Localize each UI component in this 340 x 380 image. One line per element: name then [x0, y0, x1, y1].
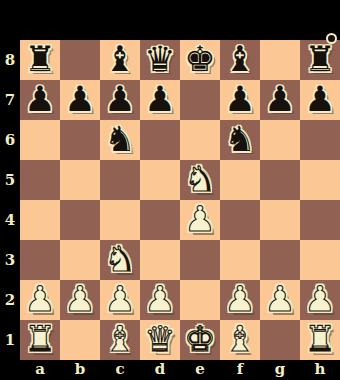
square-d8[interactable]: ♛	[140, 40, 180, 80]
square-f7[interactable]: ♟	[220, 80, 260, 120]
square-e5[interactable]: ♞	[180, 160, 220, 200]
piece-white-pawn[interactable]: ♟	[304, 282, 335, 317]
square-c3[interactable]: ♞	[100, 240, 140, 280]
piece-black-pawn[interactable]: ♟	[224, 82, 255, 117]
square-g1[interactable]	[260, 320, 300, 360]
square-c8[interactable]: ♝	[100, 40, 140, 80]
square-d6[interactable]	[140, 120, 180, 160]
rank-label-5: 5	[0, 160, 20, 200]
square-b6[interactable]	[60, 120, 100, 160]
square-a1[interactable]: ♜	[20, 320, 60, 360]
file-label-h: h	[300, 360, 340, 380]
square-d1[interactable]: ♛	[140, 320, 180, 360]
square-e6[interactable]	[180, 120, 220, 160]
piece-white-rook[interactable]: ♜	[304, 322, 335, 357]
square-f3[interactable]	[220, 240, 260, 280]
square-h6[interactable]	[300, 120, 340, 160]
piece-black-pawn[interactable]: ♟	[104, 82, 135, 117]
piece-black-bishop[interactable]: ♝	[224, 42, 255, 77]
piece-white-pawn[interactable]: ♟	[104, 282, 135, 317]
file-label-b: b	[60, 360, 100, 380]
piece-white-bishop[interactable]: ♝	[224, 322, 255, 357]
square-a2[interactable]: ♟	[20, 280, 60, 320]
square-c7[interactable]: ♟	[100, 80, 140, 120]
square-e7[interactable]	[180, 80, 220, 120]
piece-white-pawn[interactable]: ♟	[144, 282, 175, 317]
piece-black-pawn[interactable]: ♟	[264, 82, 295, 117]
square-b2[interactable]: ♟	[60, 280, 100, 320]
square-d4[interactable]	[140, 200, 180, 240]
square-b7[interactable]: ♟	[60, 80, 100, 120]
rank-label-1: 1	[0, 320, 20, 360]
square-h5[interactable]	[300, 160, 340, 200]
piece-black-pawn[interactable]: ♟	[304, 82, 335, 117]
square-f1[interactable]: ♝	[220, 320, 260, 360]
piece-white-bishop[interactable]: ♝	[104, 322, 135, 357]
square-a7[interactable]: ♟	[20, 80, 60, 120]
square-b3[interactable]	[60, 240, 100, 280]
square-g5[interactable]	[260, 160, 300, 200]
square-c2[interactable]: ♟	[100, 280, 140, 320]
square-a6[interactable]	[20, 120, 60, 160]
piece-white-pawn[interactable]: ♟	[24, 282, 55, 317]
square-b5[interactable]	[60, 160, 100, 200]
square-d2[interactable]: ♟	[140, 280, 180, 320]
square-h7[interactable]: ♟	[300, 80, 340, 120]
piece-white-king[interactable]: ♚	[184, 322, 215, 357]
piece-black-king[interactable]: ♚	[184, 42, 215, 77]
black-to-move-indicator-icon	[326, 33, 337, 44]
square-h8[interactable]: ♜	[300, 40, 340, 80]
square-b4[interactable]	[60, 200, 100, 240]
piece-black-bishop[interactable]: ♝	[104, 42, 135, 77]
file-label-a: a	[20, 360, 60, 380]
square-g2[interactable]: ♟	[260, 280, 300, 320]
piece-black-rook[interactable]: ♜	[24, 42, 55, 77]
piece-white-knight[interactable]: ♞	[104, 242, 135, 277]
square-a8[interactable]: ♜	[20, 40, 60, 80]
square-f2[interactable]: ♟	[220, 280, 260, 320]
square-c1[interactable]: ♝	[100, 320, 140, 360]
square-d7[interactable]: ♟	[140, 80, 180, 120]
rank-label-4: 4	[0, 200, 20, 240]
rank-label-7: 7	[0, 80, 20, 120]
file-label-g: g	[260, 360, 300, 380]
piece-black-queen[interactable]: ♛	[144, 42, 175, 77]
file-label-d: d	[140, 360, 180, 380]
piece-black-pawn[interactable]: ♟	[24, 82, 55, 117]
square-d5[interactable]	[140, 160, 180, 200]
piece-white-queen[interactable]: ♛	[144, 322, 175, 357]
piece-white-pawn[interactable]: ♟	[64, 282, 95, 317]
chess-diagram: 87654321 ♜♝♛♚♝♜♟♟♟♟♟♟♟♞♞♞♟♞♟♟♟♟♟♟♟♜♝♛♚♝♜…	[0, 0, 340, 380]
square-g4[interactable]	[260, 200, 300, 240]
file-label-e: e	[180, 360, 220, 380]
square-h4[interactable]	[300, 200, 340, 240]
square-e8[interactable]: ♚	[180, 40, 220, 80]
square-g6[interactable]	[260, 120, 300, 160]
piece-black-knight[interactable]: ♞	[104, 122, 135, 157]
piece-white-rook[interactable]: ♜	[24, 322, 55, 357]
file-label-c: c	[100, 360, 140, 380]
square-e1[interactable]: ♚	[180, 320, 220, 360]
square-a4[interactable]	[20, 200, 60, 240]
square-c4[interactable]	[100, 200, 140, 240]
square-e2[interactable]	[180, 280, 220, 320]
piece-black-rook[interactable]: ♜	[304, 42, 335, 77]
square-f8[interactable]: ♝	[220, 40, 260, 80]
piece-black-pawn[interactable]: ♟	[64, 82, 95, 117]
piece-black-pawn[interactable]: ♟	[144, 82, 175, 117]
square-g3[interactable]	[260, 240, 300, 280]
square-f6[interactable]: ♞	[220, 120, 260, 160]
rank-label-8: 8	[0, 40, 20, 80]
square-d3[interactable]	[140, 240, 180, 280]
square-a3[interactable]	[20, 240, 60, 280]
file-labels: abcdefgh	[20, 360, 340, 380]
square-c6[interactable]: ♞	[100, 120, 140, 160]
piece-white-pawn[interactable]: ♟	[264, 282, 295, 317]
square-c5[interactable]	[100, 160, 140, 200]
square-h3[interactable]	[300, 240, 340, 280]
piece-white-pawn[interactable]: ♟	[184, 202, 215, 237]
square-a5[interactable]	[20, 160, 60, 200]
square-b1[interactable]	[60, 320, 100, 360]
rank-labels: 87654321	[0, 40, 20, 360]
square-b8[interactable]	[60, 40, 100, 80]
rank-label-6: 6	[0, 120, 20, 160]
rank-label-2: 2	[0, 280, 20, 320]
rank-label-3: 3	[0, 240, 20, 280]
square-g7[interactable]: ♟	[260, 80, 300, 120]
chess-board: ♜♝♛♚♝♜♟♟♟♟♟♟♟♞♞♞♟♞♟♟♟♟♟♟♟♜♝♛♚♝♜	[20, 40, 340, 360]
piece-black-knight[interactable]: ♞	[224, 122, 255, 157]
square-g8[interactable]	[260, 40, 300, 80]
piece-white-pawn[interactable]: ♟	[224, 282, 255, 317]
square-e4[interactable]: ♟	[180, 200, 220, 240]
square-h2[interactable]: ♟	[300, 280, 340, 320]
file-label-f: f	[220, 360, 260, 380]
square-f5[interactable]	[220, 160, 260, 200]
piece-white-knight[interactable]: ♞	[184, 162, 215, 197]
square-h1[interactable]: ♜	[300, 320, 340, 360]
square-f4[interactable]	[220, 200, 260, 240]
square-e3[interactable]	[180, 240, 220, 280]
